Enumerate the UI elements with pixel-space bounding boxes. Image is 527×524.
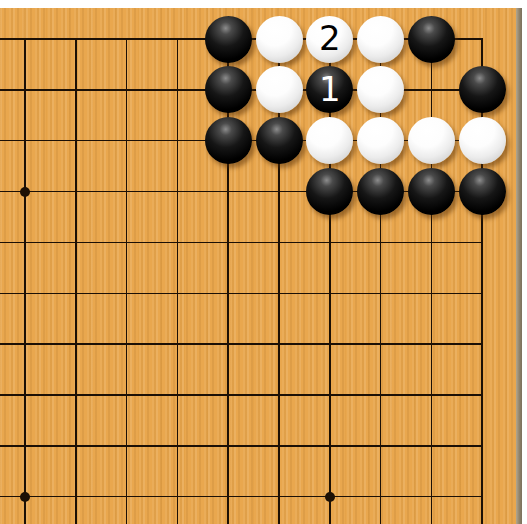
- diagram-background: 21: [0, 0, 527, 524]
- white-stone[interactable]: [408, 117, 455, 164]
- go-board[interactable]: 21: [0, 8, 522, 524]
- black-stone[interactable]: [205, 66, 252, 113]
- grid-line-vertical: [75, 39, 77, 524]
- white-stone[interactable]: [256, 66, 303, 113]
- grid-line-horizontal: [0, 445, 483, 447]
- black-stone[interactable]: [459, 168, 506, 215]
- move-number-label: 1: [319, 72, 341, 106]
- grid-line-vertical: [24, 39, 26, 524]
- move-number-label: 2: [319, 21, 341, 55]
- black-stone[interactable]: [408, 168, 455, 215]
- star-point: [325, 492, 335, 502]
- white-stone[interactable]: [357, 66, 404, 113]
- grid-line-horizontal: [0, 343, 483, 345]
- black-stone[interactable]: 1: [306, 66, 353, 113]
- black-stone[interactable]: [357, 168, 404, 215]
- grid-line-horizontal: [0, 394, 483, 396]
- star-point: [20, 187, 30, 197]
- white-stone[interactable]: [459, 117, 506, 164]
- grid-line-horizontal: [0, 242, 483, 244]
- grid-line-vertical: [177, 39, 179, 524]
- white-stone[interactable]: [256, 16, 303, 63]
- white-stone[interactable]: [357, 16, 404, 63]
- white-stone[interactable]: [357, 117, 404, 164]
- black-stone[interactable]: [256, 117, 303, 164]
- white-stone[interactable]: [306, 117, 353, 164]
- board-right-edge-shadow: [516, 8, 522, 524]
- black-stone[interactable]: [205, 16, 252, 63]
- white-stone[interactable]: 2: [306, 16, 353, 63]
- grid-line-vertical: [431, 39, 433, 524]
- grid-line-horizontal: [0, 496, 483, 498]
- black-stone[interactable]: [306, 168, 353, 215]
- black-stone[interactable]: [459, 66, 506, 113]
- black-stone[interactable]: [408, 16, 455, 63]
- grid-line-vertical: [126, 39, 128, 524]
- grid-line-horizontal: [0, 293, 483, 295]
- black-stone[interactable]: [205, 117, 252, 164]
- star-point: [20, 492, 30, 502]
